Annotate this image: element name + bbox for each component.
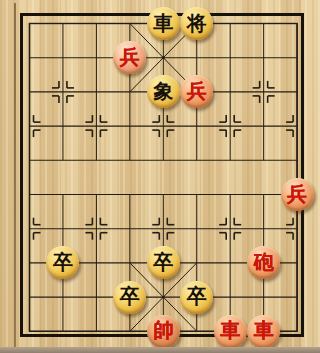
piece-glyph: 兵 [120, 47, 140, 67]
piece-glyph: 砲 [254, 252, 274, 272]
piece-red-general[interactable]: 帥 [147, 315, 180, 348]
piece-glyph: 車 [153, 13, 173, 33]
piece-glyph: 兵 [187, 81, 207, 101]
piece-red-chariot[interactable]: 車 [214, 315, 247, 348]
piece-glyph: 将 [187, 13, 207, 33]
piece-glyph: 車 [254, 320, 274, 340]
piece-glyph: 卒 [187, 286, 207, 306]
piece-glyph: 卒 [53, 252, 73, 272]
piece-black-elephant[interactable]: 象 [147, 75, 180, 108]
piece-glyph: 車 [220, 320, 240, 340]
piece-glyph: 卒 [153, 252, 173, 272]
piece-glyph: 象 [153, 81, 173, 101]
piece-black-chariot[interactable]: 車 [147, 7, 180, 40]
piece-black-soldier[interactable]: 卒 [147, 246, 180, 279]
piece-red-chariot[interactable]: 車 [247, 315, 280, 348]
piece-red-soldier[interactable]: 兵 [281, 178, 314, 211]
piece-black-soldier[interactable]: 卒 [180, 281, 213, 314]
board-bottom-edge [0, 347, 320, 353]
piece-glyph: 帥 [153, 320, 173, 340]
piece-glyph: 卒 [120, 286, 140, 306]
board-grid [0, 0, 320, 353]
piece-glyph: 兵 [287, 184, 307, 204]
piece-black-soldier[interactable]: 卒 [113, 281, 146, 314]
